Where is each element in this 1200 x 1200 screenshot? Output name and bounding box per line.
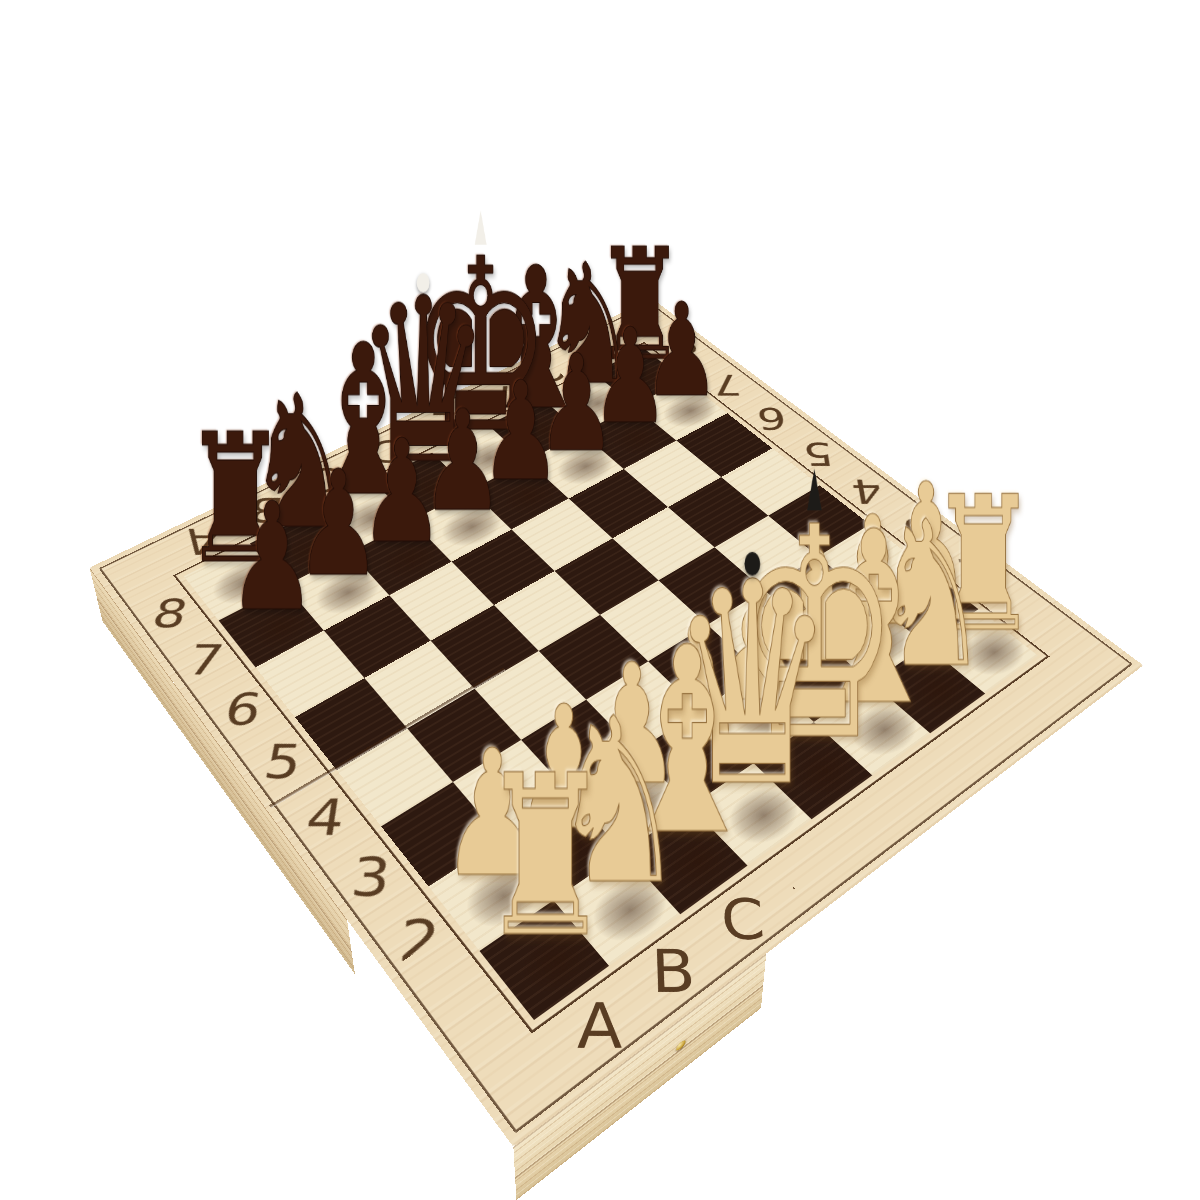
photo-scene: ♜♞♝♛♚♝♞♜♟♟♟♟♟♟♟♟♟♟♟♟♟♟♟♟♜♞♝♛♚♝♞♜ ABCDEFG… [0, 0, 1200, 1200]
piece-glyph: ♟ [186, 489, 359, 626]
board-face: ♜♞♝♛♚♝♞♜♟♟♟♟♟♟♟♟♟♟♟♟♟♟♟♟♜♞♝♛♚♝♞♜ ABCDEFG… [90, 298, 1144, 1147]
ball-finial [417, 273, 430, 292]
ball-finial [744, 552, 760, 576]
brass-pin [676, 1038, 686, 1052]
spike-finial [475, 210, 487, 244]
spike-finial [807, 468, 822, 510]
piece-glyph: ♜ [441, 755, 651, 959]
chess-board: ♜♞♝♛♚♝♞♜♟♟♟♟♟♟♟♟♟♟♟♟♟♟♟♟♜♞♝♛♚♝♞♜ ABCDEFG… [90, 298, 1144, 1147]
rank-label: 1 [431, 965, 510, 1055]
brass-pin [1000, 788, 1009, 800]
